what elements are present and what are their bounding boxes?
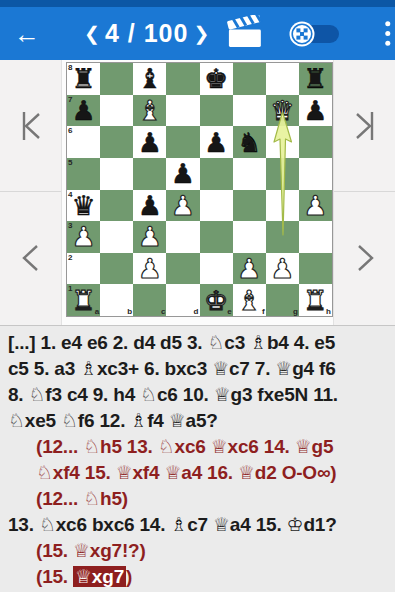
square-g5[interactable] bbox=[266, 158, 299, 190]
piece-black-pawn[interactable]: ♟ bbox=[171, 160, 195, 187]
square-a3[interactable]: 3♟ bbox=[67, 221, 100, 253]
piece-white-bishop[interactable]: ♝ bbox=[237, 287, 261, 314]
square-f5[interactable] bbox=[233, 158, 266, 190]
right-nav-column bbox=[333, 60, 395, 325]
square-e4[interactable] bbox=[200, 190, 233, 222]
go-to-end-button[interactable] bbox=[334, 60, 395, 192]
piece-black-pawn[interactable]: ♟ bbox=[138, 192, 162, 219]
square-a2[interactable]: 2 bbox=[67, 253, 100, 285]
board-section: 8♜♝♚♜7♟♝♛♟6♟♟♞5♟4♛♟♟♟3♟♟2♟♟♟1a♜bcde♚f♝gh… bbox=[0, 60, 395, 325]
previous-move-button[interactable] bbox=[0, 192, 61, 324]
three-dots-icon bbox=[381, 17, 395, 50]
square-b3[interactable] bbox=[100, 221, 133, 253]
piece-white-pawn[interactable]: ♟ bbox=[270, 255, 294, 282]
puzzle-counter-value[interactable]: 4 / 100 bbox=[101, 19, 192, 48]
piece-black-knight[interactable]: ♞ bbox=[237, 129, 261, 156]
square-d8[interactable] bbox=[166, 63, 199, 95]
piece-white-king[interactable]: ♚ bbox=[204, 287, 228, 314]
square-e5[interactable] bbox=[200, 158, 233, 190]
square-d6[interactable] bbox=[166, 126, 199, 158]
square-d2[interactable] bbox=[166, 253, 199, 285]
square-b2[interactable] bbox=[100, 253, 133, 285]
square-a8[interactable]: 8♜ bbox=[67, 63, 100, 95]
square-a1[interactable]: 1a♜ bbox=[67, 284, 100, 316]
square-g2[interactable]: ♟ bbox=[266, 253, 299, 285]
prev-puzzle-icon[interactable]: ❮ bbox=[83, 22, 101, 45]
notation-line[interactable]: [...] 1. e4 e6 2. d4 d5 3. ♘c3 ♗b4 4. e5 bbox=[8, 330, 387, 356]
file-label: f bbox=[262, 307, 265, 316]
piece-white-pawn[interactable]: ♟ bbox=[171, 192, 195, 219]
piece-black-pawn[interactable]: ♟ bbox=[303, 97, 327, 124]
square-a6[interactable]: 6 bbox=[67, 126, 100, 158]
square-e8[interactable]: ♚ bbox=[200, 63, 233, 95]
status-bar bbox=[0, 0, 395, 7]
chevron-left-icon bbox=[15, 241, 47, 275]
next-puzzle-icon[interactable]: ❯ bbox=[192, 22, 210, 45]
square-e3[interactable] bbox=[200, 221, 233, 253]
last-move-icon bbox=[349, 109, 381, 143]
piece-black-bishop[interactable]: ♝ bbox=[138, 65, 162, 92]
square-f7[interactable] bbox=[233, 95, 266, 127]
square-f1[interactable]: f♝ bbox=[233, 284, 266, 316]
file-label: d bbox=[194, 307, 199, 316]
notation-text: ) bbox=[126, 566, 132, 587]
square-b5[interactable] bbox=[100, 158, 133, 190]
piece-white-rook[interactable]: ♜ bbox=[303, 287, 327, 314]
square-g1[interactable]: g bbox=[266, 284, 299, 316]
square-h1[interactable]: h♜ bbox=[299, 284, 332, 316]
square-e7[interactable] bbox=[200, 95, 233, 127]
square-b7[interactable] bbox=[100, 95, 133, 127]
piece-white-pawn[interactable]: ♟ bbox=[138, 255, 162, 282]
square-b4[interactable] bbox=[100, 190, 133, 222]
go-to-start-button[interactable] bbox=[0, 60, 61, 192]
notation-line[interactable]: (15. ♕xg7) bbox=[8, 564, 387, 590]
square-c2[interactable]: ♟ bbox=[133, 253, 166, 285]
square-h3[interactable] bbox=[299, 221, 332, 253]
back-arrow-icon: ← bbox=[14, 19, 40, 49]
piece-black-pawn[interactable]: ♟ bbox=[71, 97, 95, 124]
first-move-icon bbox=[15, 109, 47, 143]
square-g7[interactable]: ♛ bbox=[266, 95, 299, 127]
square-b6[interactable] bbox=[100, 126, 133, 158]
notation-line[interactable]: (12... ♘h5 13. ♘xc6 ♕xc6 14. ♕g5 bbox=[8, 434, 387, 460]
app-header: ← ❮ 4 / 100 ❯ bbox=[0, 7, 395, 60]
square-c7[interactable]: ♝ bbox=[133, 95, 166, 127]
piece-white-queen[interactable]: ♛ bbox=[270, 97, 294, 124]
square-f3[interactable] bbox=[233, 221, 266, 253]
file-label: c bbox=[161, 307, 165, 316]
square-f8[interactable] bbox=[233, 63, 266, 95]
square-d3[interactable] bbox=[166, 221, 199, 253]
chessboard: 8♜♝♚♜7♟♝♛♟6♟♟♞5♟4♛♟♟♟3♟♟2♟♟♟1a♜bcde♚f♝gh… bbox=[66, 62, 333, 317]
square-c3[interactable]: ♟ bbox=[133, 221, 166, 253]
square-h6[interactable] bbox=[299, 126, 332, 158]
square-a7[interactable]: 7♟ bbox=[67, 95, 100, 127]
square-a5[interactable]: 5 bbox=[67, 158, 100, 190]
square-g3[interactable] bbox=[266, 221, 299, 253]
piece-black-rook[interactable]: ♜ bbox=[71, 65, 95, 92]
notation-line[interactable]: ♘xf4 15. ♕xf4 ♕a4 16. ♕d2 O-O∞) bbox=[8, 460, 387, 486]
piece-black-king[interactable]: ♚ bbox=[204, 65, 228, 92]
notation-line[interactable]: 13. ♘xc6 bxc6 14. ♗c7 ♕a4 15. ♔d1? bbox=[8, 512, 387, 538]
square-b1[interactable]: b bbox=[100, 284, 133, 316]
square-d7[interactable] bbox=[166, 95, 199, 127]
notation-line[interactable]: (15. ♕xg7!?) bbox=[8, 538, 387, 564]
animate-moves-button[interactable] bbox=[226, 15, 265, 53]
chessboard-wrap: 8♜♝♚♜7♟♝♛♟6♟♟♞5♟4♛♟♟♟3♟♟2♟♟♟1a♜bcde♚f♝gh… bbox=[66, 62, 333, 317]
notation-line[interactable]: (12... ♘h5) bbox=[8, 486, 387, 512]
file-label: b bbox=[127, 307, 132, 316]
notation-line[interactable]: 8. ♘f3 c4 9. h4 ♘c6 10. ♕g3 fxe5N 11. bbox=[8, 382, 387, 408]
square-f2[interactable]: ♟ bbox=[233, 253, 266, 285]
square-f4[interactable] bbox=[233, 190, 266, 222]
piece-black-pawn[interactable]: ♟ bbox=[204, 129, 228, 156]
piece-black-pawn[interactable]: ♟ bbox=[138, 129, 162, 156]
square-h7[interactable]: ♟ bbox=[299, 95, 332, 127]
puzzle-counter: ❮ 4 / 100 ❯ bbox=[83, 19, 210, 48]
square-f6[interactable]: ♞ bbox=[233, 126, 266, 158]
piece-black-rook[interactable]: ♜ bbox=[303, 65, 327, 92]
square-b8[interactable] bbox=[100, 63, 133, 95]
back-button[interactable]: ← bbox=[14, 21, 43, 47]
chevron-right-icon bbox=[349, 241, 381, 275]
square-c6[interactable]: ♟ bbox=[133, 126, 166, 158]
current-move-highlight[interactable]: ♕xg7 bbox=[73, 566, 126, 587]
square-h4[interactable]: ♟ bbox=[299, 190, 332, 222]
piece-white-pawn[interactable]: ♟ bbox=[303, 192, 327, 219]
board-visibility-toggle[interactable] bbox=[289, 20, 339, 48]
piece-black-queen[interactable]: ♛ bbox=[71, 192, 95, 219]
next-move-button[interactable] bbox=[334, 192, 395, 324]
square-e6[interactable]: ♟ bbox=[200, 126, 233, 158]
square-d4[interactable]: ♟ bbox=[166, 190, 199, 222]
square-a4[interactable]: 4♛ bbox=[67, 190, 100, 222]
square-e2[interactable] bbox=[200, 253, 233, 285]
piece-white-pawn[interactable]: ♟ bbox=[71, 223, 95, 250]
app-window: ← ❮ 4 / 100 ❯ bbox=[0, 0, 395, 592]
notation-text: (15. bbox=[36, 566, 73, 587]
clapperboard-icon bbox=[226, 15, 265, 52]
square-d5[interactable]: ♟ bbox=[166, 158, 199, 190]
square-g4[interactable] bbox=[266, 190, 299, 222]
square-c4[interactable]: ♟ bbox=[133, 190, 166, 222]
square-c1[interactable]: c bbox=[133, 284, 166, 316]
rank-label: 5 bbox=[68, 158, 72, 167]
square-h8[interactable]: ♜ bbox=[299, 63, 332, 95]
notation-line[interactable]: ♘xe5 ♘f6 12. ♗f4 ♕a5? bbox=[8, 408, 387, 434]
square-g6[interactable] bbox=[266, 126, 299, 158]
square-h5[interactable] bbox=[299, 158, 332, 190]
square-c8[interactable]: ♝ bbox=[133, 63, 166, 95]
square-c5[interactable] bbox=[133, 158, 166, 190]
file-label: g bbox=[293, 307, 298, 316]
square-g8[interactable] bbox=[266, 63, 299, 95]
square-e1[interactable]: e♚ bbox=[200, 284, 233, 316]
piece-white-pawn[interactable]: ♟ bbox=[237, 255, 261, 282]
square-h2[interactable] bbox=[299, 253, 332, 285]
notation-panel: [...] 1. e4 e6 2. d4 d5 3. ♘c3 ♗b4 4. e5… bbox=[0, 325, 395, 592]
piece-white-bishop[interactable]: ♝ bbox=[138, 97, 162, 124]
piece-white-pawn[interactable]: ♟ bbox=[138, 223, 162, 250]
left-nav-column bbox=[0, 60, 62, 325]
overflow-menu-button[interactable] bbox=[381, 17, 395, 51]
piece-white-rook[interactable]: ♜ bbox=[71, 287, 95, 314]
rank-label: 2 bbox=[68, 253, 72, 262]
square-d1[interactable]: d bbox=[166, 284, 199, 316]
chessboard-toggle-knob-icon bbox=[289, 21, 315, 47]
rank-label: 6 bbox=[68, 126, 72, 135]
notation-line[interactable]: c5 5. a3 ♗xc3+ 6. bxc3 ♕c7 7. ♕g4 f6 bbox=[8, 356, 387, 382]
